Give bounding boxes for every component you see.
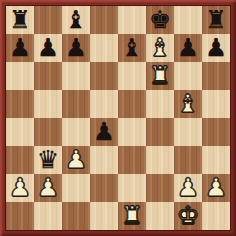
white-pawn: ♟	[205, 174, 227, 202]
square-h7[interactable]: ♟	[202, 34, 230, 62]
square-a4[interactable]	[6, 118, 34, 146]
square-c2[interactable]	[62, 174, 90, 202]
square-a1[interactable]	[6, 202, 34, 230]
white-pawn: ♟	[177, 174, 199, 202]
square-f3[interactable]	[146, 146, 174, 174]
chess-board-frame: ♜♝♚♜♟♟♟♝♝♟♟♜♝♟♛♟♟♟♟♟♜♚	[0, 0, 236, 236]
square-c7[interactable]: ♟	[62, 34, 90, 62]
square-e1[interactable]: ♜	[118, 202, 146, 230]
white-pawn: ♟	[65, 146, 87, 174]
black-bishop: ♝	[121, 34, 143, 62]
square-c5[interactable]	[62, 90, 90, 118]
black-rook: ♜	[9, 6, 31, 34]
square-g2[interactable]: ♟	[174, 174, 202, 202]
square-e5[interactable]	[118, 90, 146, 118]
white-pawn: ♟	[9, 174, 31, 202]
square-b1[interactable]	[34, 202, 62, 230]
square-a3[interactable]	[6, 146, 34, 174]
white-rook: ♜	[121, 202, 143, 230]
square-g1[interactable]: ♚	[174, 202, 202, 230]
square-a8[interactable]: ♜	[6, 6, 34, 34]
square-h2[interactable]: ♟	[202, 174, 230, 202]
square-h6[interactable]	[202, 62, 230, 90]
square-e8[interactable]	[118, 6, 146, 34]
white-rook: ♜	[149, 62, 171, 90]
square-d6[interactable]	[90, 62, 118, 90]
square-d8[interactable]	[90, 6, 118, 34]
black-pawn: ♟	[93, 118, 115, 146]
square-a6[interactable]	[6, 62, 34, 90]
black-bishop: ♝	[65, 6, 87, 34]
square-g3[interactable]	[174, 146, 202, 174]
black-pawn: ♟	[37, 34, 59, 62]
square-d5[interactable]	[90, 90, 118, 118]
square-f1[interactable]	[146, 202, 174, 230]
chess-board: ♜♝♚♜♟♟♟♝♝♟♟♜♝♟♛♟♟♟♟♟♜♚	[6, 6, 230, 230]
square-g4[interactable]	[174, 118, 202, 146]
square-h4[interactable]	[202, 118, 230, 146]
white-pawn: ♟	[37, 174, 59, 202]
square-b3[interactable]: ♛	[34, 146, 62, 174]
square-f4[interactable]	[146, 118, 174, 146]
square-d2[interactable]	[90, 174, 118, 202]
square-f2[interactable]	[146, 174, 174, 202]
black-rook: ♜	[205, 6, 227, 34]
square-c1[interactable]	[62, 202, 90, 230]
square-e6[interactable]	[118, 62, 146, 90]
black-king: ♚	[149, 6, 171, 34]
square-c4[interactable]	[62, 118, 90, 146]
square-d3[interactable]	[90, 146, 118, 174]
square-b2[interactable]: ♟	[34, 174, 62, 202]
black-pawn: ♟	[65, 34, 87, 62]
square-h5[interactable]	[202, 90, 230, 118]
black-pawn: ♟	[177, 34, 199, 62]
white-bishop: ♝	[149, 34, 171, 62]
square-a7[interactable]: ♟	[6, 34, 34, 62]
square-g6[interactable]	[174, 62, 202, 90]
square-h3[interactable]	[202, 146, 230, 174]
square-a2[interactable]: ♟	[6, 174, 34, 202]
square-b4[interactable]	[34, 118, 62, 146]
square-f7[interactable]: ♝	[146, 34, 174, 62]
square-g8[interactable]	[174, 6, 202, 34]
square-b8[interactable]	[34, 6, 62, 34]
square-e7[interactable]: ♝	[118, 34, 146, 62]
square-b7[interactable]: ♟	[34, 34, 62, 62]
square-e3[interactable]	[118, 146, 146, 174]
square-f6[interactable]: ♜	[146, 62, 174, 90]
square-d1[interactable]	[90, 202, 118, 230]
square-d7[interactable]	[90, 34, 118, 62]
square-a5[interactable]	[6, 90, 34, 118]
square-h1[interactable]	[202, 202, 230, 230]
square-g5[interactable]: ♝	[174, 90, 202, 118]
square-b6[interactable]	[34, 62, 62, 90]
square-g7[interactable]: ♟	[174, 34, 202, 62]
black-queen: ♛	[37, 146, 59, 174]
square-d4[interactable]: ♟	[90, 118, 118, 146]
square-c6[interactable]	[62, 62, 90, 90]
square-f5[interactable]	[146, 90, 174, 118]
square-f8[interactable]: ♚	[146, 6, 174, 34]
square-e2[interactable]	[118, 174, 146, 202]
square-c3[interactable]: ♟	[62, 146, 90, 174]
square-e4[interactable]	[118, 118, 146, 146]
square-h8[interactable]: ♜	[202, 6, 230, 34]
square-c8[interactable]: ♝	[62, 6, 90, 34]
black-pawn: ♟	[9, 34, 31, 62]
white-bishop: ♝	[177, 90, 199, 118]
square-b5[interactable]	[34, 90, 62, 118]
black-pawn: ♟	[205, 34, 227, 62]
white-king: ♚	[177, 202, 199, 230]
